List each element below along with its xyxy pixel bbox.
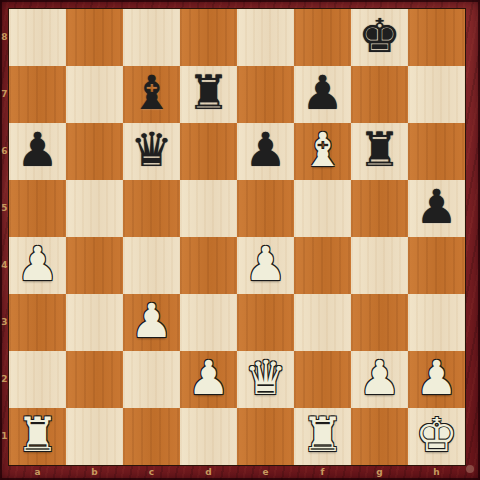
square-c2[interactable] [123,351,180,408]
square-a8[interactable] [9,9,66,66]
square-d4[interactable] [180,237,237,294]
square-b6[interactable] [66,123,123,180]
rank-label-3: 3 [0,294,9,351]
square-g6[interactable]: ♜ [351,123,408,180]
square-c6[interactable]: ♛ [123,123,180,180]
square-c8[interactable] [123,9,180,66]
piece-white-rook[interactable]: ♜ [16,411,58,458]
square-f8[interactable] [294,9,351,66]
file-label-g: g [351,465,408,480]
file-label-h: h [408,465,465,480]
square-b4[interactable] [66,237,123,294]
square-e6[interactable]: ♟ [237,123,294,180]
piece-white-bishop[interactable]: ♝ [301,126,343,173]
file-label-a: a [9,465,66,480]
square-e5[interactable] [237,180,294,237]
square-h6[interactable] [408,123,465,180]
square-f7[interactable]: ♟ [294,66,351,123]
square-a4[interactable]: ♟ [9,237,66,294]
square-f6[interactable]: ♝ [294,123,351,180]
piece-black-bishop[interactable]: ♝ [130,69,172,116]
square-f4[interactable] [294,237,351,294]
square-c4[interactable] [123,237,180,294]
rank-label-7: 7 [0,66,9,123]
piece-white-queen[interactable]: ♛ [244,354,286,401]
square-b1[interactable] [66,408,123,465]
square-d2[interactable]: ♟ [180,351,237,408]
piece-white-pawn[interactable]: ♟ [358,354,400,401]
piece-white-pawn[interactable]: ♟ [16,240,58,287]
piece-black-pawn[interactable]: ♟ [415,183,457,230]
piece-black-king[interactable]: ♚ [358,12,400,59]
square-g1[interactable] [351,408,408,465]
square-d7[interactable]: ♜ [180,66,237,123]
square-b8[interactable] [66,9,123,66]
square-d5[interactable] [180,180,237,237]
square-h5[interactable]: ♟ [408,180,465,237]
square-e2[interactable]: ♛ [237,351,294,408]
piece-black-pawn[interactable]: ♟ [244,126,286,173]
chess-board: ♚♝♜♟♟♛♟♝♜♟♟♟♟♟♛♟♟♜♜♚ [9,9,465,465]
square-h3[interactable] [408,294,465,351]
square-g3[interactable] [351,294,408,351]
square-c3[interactable]: ♟ [123,294,180,351]
square-b7[interactable] [66,66,123,123]
square-c5[interactable] [123,180,180,237]
file-label-f: f [294,465,351,480]
square-f3[interactable] [294,294,351,351]
square-b3[interactable] [66,294,123,351]
rank-label-5: 5 [0,180,9,237]
rank-label-2: 2 [0,351,9,408]
square-e7[interactable] [237,66,294,123]
piece-black-queen[interactable]: ♛ [130,126,172,173]
file-label-e: e [237,465,294,480]
piece-white-pawn[interactable]: ♟ [244,240,286,287]
piece-white-rook[interactable]: ♜ [301,411,343,458]
square-d3[interactable] [180,294,237,351]
piece-black-pawn[interactable]: ♟ [16,126,58,173]
square-b2[interactable] [66,351,123,408]
file-label-b: b [66,465,123,480]
square-h1[interactable]: ♚ [408,408,465,465]
square-d6[interactable] [180,123,237,180]
square-g7[interactable] [351,66,408,123]
square-a7[interactable] [9,66,66,123]
piece-white-pawn[interactable]: ♟ [130,297,172,344]
square-g4[interactable] [351,237,408,294]
file-label-c: c [123,465,180,480]
piece-white-pawn[interactable]: ♟ [187,354,229,401]
square-c1[interactable] [123,408,180,465]
move-indicator-dot [466,465,474,473]
square-c7[interactable]: ♝ [123,66,180,123]
square-e4[interactable]: ♟ [237,237,294,294]
piece-black-rook[interactable]: ♜ [358,126,400,173]
square-d1[interactable] [180,408,237,465]
square-g8[interactable]: ♚ [351,9,408,66]
piece-black-pawn[interactable]: ♟ [301,69,343,116]
square-h4[interactable] [408,237,465,294]
square-b5[interactable] [66,180,123,237]
square-f5[interactable] [294,180,351,237]
square-h8[interactable] [408,9,465,66]
square-e8[interactable] [237,9,294,66]
square-h7[interactable] [408,66,465,123]
square-d8[interactable] [180,9,237,66]
square-a5[interactable] [9,180,66,237]
square-e3[interactable] [237,294,294,351]
square-a6[interactable]: ♟ [9,123,66,180]
square-f2[interactable] [294,351,351,408]
square-a3[interactable] [9,294,66,351]
square-a1[interactable]: ♜ [9,408,66,465]
piece-black-rook[interactable]: ♜ [187,69,229,116]
square-a2[interactable] [9,351,66,408]
rank-label-6: 6 [0,123,9,180]
piece-white-king[interactable]: ♚ [415,411,457,458]
rank-label-8: 8 [0,9,9,66]
square-h2[interactable]: ♟ [408,351,465,408]
square-g2[interactable]: ♟ [351,351,408,408]
square-e1[interactable] [237,408,294,465]
rank-label-1: 1 [0,408,9,465]
piece-white-pawn[interactable]: ♟ [415,354,457,401]
square-f1[interactable]: ♜ [294,408,351,465]
file-label-d: d [180,465,237,480]
square-g5[interactable] [351,180,408,237]
rank-label-4: 4 [0,237,9,294]
